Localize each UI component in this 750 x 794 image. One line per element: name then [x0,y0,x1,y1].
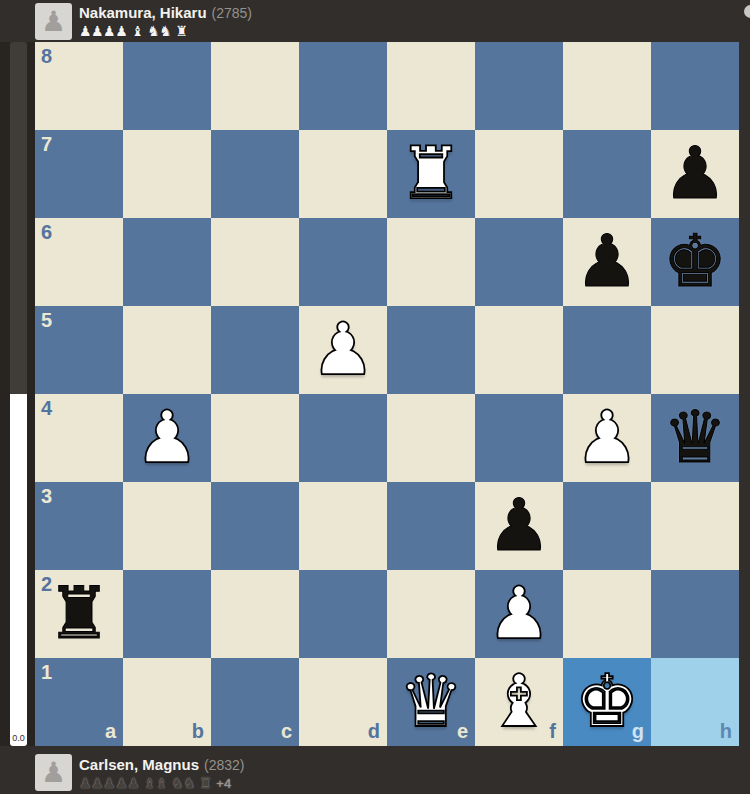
file-label-g: g [632,720,644,743]
square-g3[interactable] [563,482,651,570]
square-d3[interactable] [299,482,387,570]
square-e7[interactable]: ♜ [387,130,475,218]
square-d7[interactable] [299,130,387,218]
square-h5[interactable] [651,306,739,394]
pawn-avatar-icon: ♟ [35,754,72,791]
square-h1[interactable]: h [651,658,739,746]
file-label-b: b [192,720,204,743]
player-rating-bottom: (2832) [204,757,244,773]
square-h6[interactable]: ♚ [651,218,739,306]
square-a4[interactable]: 4 [35,394,123,482]
square-b8[interactable] [123,42,211,130]
chess-game-screen: ♟ Nakamura, Hikaru(2785) ♟♟♟♟ ♝ ♞♞ ♜ 0.0… [0,0,750,794]
file-label-f: f [549,720,556,743]
player-name-top[interactable]: Nakamura, Hikaru [79,4,207,21]
square-d2[interactable] [299,570,387,658]
square-b1[interactable]: b [123,658,211,746]
square-g8[interactable] [563,42,651,130]
rank-label-6: 6 [41,221,52,244]
square-c1[interactable]: c [211,658,299,746]
square-c3[interactable] [211,482,299,570]
square-d5[interactable]: ♟ [299,306,387,394]
eval-bar-white-fill: 0.0 [10,394,27,746]
square-f6[interactable] [475,218,563,306]
square-b4[interactable]: ♟ [123,394,211,482]
square-e1[interactable]: e♛ [387,658,475,746]
black-queen[interactable]: ♛ [651,394,739,482]
square-g6[interactable]: ♟ [563,218,651,306]
square-h4[interactable]: ♛ [651,394,739,482]
captured-glyphs-bottom: ♟♟♟♟♟ ♝♝ ♞♞ ♜ [79,775,211,791]
square-g7[interactable] [563,130,651,218]
square-e8[interactable] [387,42,475,130]
white-pawn[interactable]: ♟ [123,394,211,482]
square-b5[interactable] [123,306,211,394]
player-name-bottom[interactable]: Carlsen, Magnus [79,756,199,773]
square-b7[interactable] [123,130,211,218]
square-c8[interactable] [211,42,299,130]
square-c6[interactable] [211,218,299,306]
file-label-c: c [281,720,292,743]
square-e2[interactable] [387,570,475,658]
top-player-name-line: Nakamura, Hikaru(2785) [79,4,252,22]
white-pawn[interactable]: ♟ [475,570,563,658]
bottom-player-info: Carlsen, Magnus(2832) ♟♟♟♟♟ ♝♝ ♞♞ ♜+4 [79,756,245,791]
square-c2[interactable] [211,570,299,658]
square-g1[interactable]: g♚ [563,658,651,746]
square-h8[interactable] [651,42,739,130]
white-rook[interactable]: ♜ [387,130,475,218]
square-g5[interactable] [563,306,651,394]
square-a1[interactable]: 1a [35,658,123,746]
file-label-a: a [105,720,116,743]
eval-score: 0.0 [10,733,27,743]
rank-label-3: 3 [41,485,52,508]
square-f2[interactable]: ♟ [475,570,563,658]
square-e6[interactable] [387,218,475,306]
square-e4[interactable] [387,394,475,482]
file-label-h: h [720,720,732,743]
chess-board[interactable]: 87♜♟6♟♚5♟4♟♟♛3♟2♜♟1abcde♛f♝g♚h [35,42,739,746]
square-b6[interactable] [123,218,211,306]
square-f8[interactable] [475,42,563,130]
gear-icon[interactable] [744,5,750,18]
top-player-info: Nakamura, Hikaru(2785) ♟♟♟♟ ♝ ♞♞ ♜ [79,4,252,39]
square-g2[interactable] [563,570,651,658]
square-f5[interactable] [475,306,563,394]
square-b2[interactable] [123,570,211,658]
player-rating-top: (2785) [212,5,252,21]
square-a5[interactable]: 5 [35,306,123,394]
square-e3[interactable] [387,482,475,570]
pawn-avatar-icon: ♟ [35,3,72,40]
black-king[interactable]: ♚ [651,218,739,306]
rank-label-5: 5 [41,309,52,332]
square-g4[interactable]: ♟ [563,394,651,482]
square-a2[interactable]: 2♜ [35,570,123,658]
black-pawn[interactable]: ♟ [651,130,739,218]
avatar-top[interactable]: ♟ [35,3,72,40]
captured-pieces-top: ♟♟♟♟ ♝ ♞♞ ♜ [79,23,252,39]
square-a3[interactable]: 3 [35,482,123,570]
square-d8[interactable] [299,42,387,130]
file-label-e: e [457,720,468,743]
square-a8[interactable]: 8 [35,42,123,130]
square-h3[interactable] [651,482,739,570]
square-f4[interactable] [475,394,563,482]
rank-label-8: 8 [41,45,52,68]
white-pawn[interactable]: ♟ [299,306,387,394]
captured-pieces-bottom: ♟♟♟♟♟ ♝♝ ♞♞ ♜+4 [79,775,245,791]
square-e5[interactable] [387,306,475,394]
rank-label-2: 2 [41,573,52,596]
square-f3[interactable]: ♟ [475,482,563,570]
black-pawn[interactable]: ♟ [475,482,563,570]
file-label-d: d [368,720,380,743]
avatar-bottom[interactable]: ♟ [35,754,72,791]
square-d1[interactable]: d [299,658,387,746]
rank-label-7: 7 [41,133,52,156]
square-a7[interactable]: 7 [35,130,123,218]
square-f1[interactable]: f♝ [475,658,563,746]
bottom-player-bar: ♟ Carlsen, Magnus(2832) ♟♟♟♟♟ ♝♝ ♞♞ ♜+4 [0,746,750,794]
white-pawn[interactable]: ♟ [563,394,651,482]
square-c5[interactable] [211,306,299,394]
top-player-bar: ♟ Nakamura, Hikaru(2785) ♟♟♟♟ ♝ ♞♞ ♜ [0,0,750,42]
square-f7[interactable] [475,130,563,218]
rank-label-4: 4 [41,397,52,420]
eval-bar: 0.0 [10,42,27,746]
black-pawn[interactable]: ♟ [563,218,651,306]
square-d4[interactable] [299,394,387,482]
bottom-player-name-line: Carlsen, Magnus(2832) [79,756,245,774]
square-b3[interactable] [123,482,211,570]
square-c7[interactable] [211,130,299,218]
square-h2[interactable] [651,570,739,658]
square-a6[interactable]: 6 [35,218,123,306]
square-h7[interactable]: ♟ [651,130,739,218]
square-c4[interactable] [211,394,299,482]
square-d6[interactable] [299,218,387,306]
rank-label-1: 1 [41,661,52,684]
material-advantage: +4 [216,776,231,791]
